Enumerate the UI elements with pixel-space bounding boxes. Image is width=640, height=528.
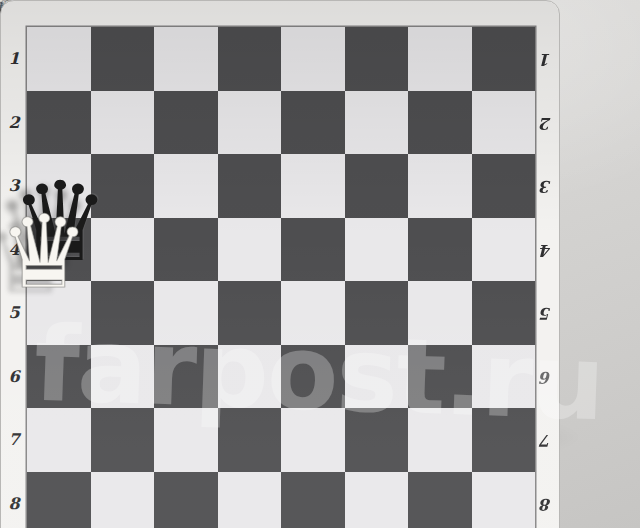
square-g2 xyxy=(91,91,155,155)
rank-label-right-5: 5 xyxy=(533,281,559,345)
square-g8 xyxy=(91,472,155,528)
square-c8 xyxy=(345,472,409,528)
square-a8 xyxy=(472,472,536,528)
rank-label-left-7: 7 xyxy=(1,408,27,472)
square-a6 xyxy=(472,345,536,409)
square-g3 xyxy=(91,154,155,218)
square-f1 xyxy=(154,27,218,91)
square-e2 xyxy=(218,91,282,155)
square-h3 xyxy=(27,154,91,218)
square-b6 xyxy=(408,345,472,409)
board-grid xyxy=(27,27,535,528)
rank-label-right-3: 3 xyxy=(533,154,559,218)
square-h7 xyxy=(27,408,91,472)
square-d1 xyxy=(281,27,345,91)
square-f6 xyxy=(154,345,218,409)
square-b4 xyxy=(408,218,472,282)
square-h2 xyxy=(27,91,91,155)
rank-label-left-5: 5 xyxy=(1,281,27,345)
square-b7 xyxy=(408,408,472,472)
square-g5 xyxy=(91,281,155,345)
square-d3 xyxy=(281,154,345,218)
square-c3 xyxy=(345,154,409,218)
square-b3 xyxy=(408,154,472,218)
square-a3 xyxy=(472,154,536,218)
photo-chess-set: 1122334455667788hgfedcba ♜♞♝♚♛♝♞♜♟♟♟♟♟♟♟… xyxy=(0,0,640,528)
square-d5 xyxy=(281,281,345,345)
square-f4 xyxy=(154,218,218,282)
rank-label-left-8: 8 xyxy=(1,472,27,528)
chess-board: 1122334455667788hgfedcba xyxy=(0,0,560,528)
square-f7 xyxy=(154,408,218,472)
square-a5 xyxy=(472,281,536,345)
square-f8 xyxy=(154,472,218,528)
rank-label-right-2: 2 xyxy=(533,91,559,155)
rank-label-right-7: 7 xyxy=(533,408,559,472)
rank-label-left-4: 4 xyxy=(1,218,27,282)
rank-label-right-4: 4 xyxy=(533,218,559,282)
rank-label-right-1: 1 xyxy=(533,27,559,91)
square-e7 xyxy=(218,408,282,472)
square-e8 xyxy=(218,472,282,528)
square-g1 xyxy=(91,27,155,91)
square-d7 xyxy=(281,408,345,472)
square-a7 xyxy=(472,408,536,472)
square-c5 xyxy=(345,281,409,345)
square-e6 xyxy=(218,345,282,409)
square-g7 xyxy=(91,408,155,472)
square-h5 xyxy=(27,281,91,345)
square-c2 xyxy=(345,91,409,155)
square-h4 xyxy=(27,218,91,282)
square-e1 xyxy=(218,27,282,91)
square-b8 xyxy=(408,472,472,528)
square-d6 xyxy=(281,345,345,409)
square-e3 xyxy=(218,154,282,218)
square-e4 xyxy=(218,218,282,282)
square-c6 xyxy=(345,345,409,409)
rank-label-right-8: 8 xyxy=(533,472,559,528)
square-d8 xyxy=(281,472,345,528)
square-f3 xyxy=(154,154,218,218)
square-c4 xyxy=(345,218,409,282)
square-b2 xyxy=(408,91,472,155)
square-h1 xyxy=(27,27,91,91)
square-c7 xyxy=(345,408,409,472)
square-a1 xyxy=(472,27,536,91)
rank-label-left-1: 1 xyxy=(1,27,27,91)
square-h8 xyxy=(27,472,91,528)
square-d2 xyxy=(281,91,345,155)
square-a4 xyxy=(472,218,536,282)
square-a2 xyxy=(472,91,536,155)
square-c1 xyxy=(345,27,409,91)
square-g4 xyxy=(91,218,155,282)
square-b1 xyxy=(408,27,472,91)
square-e5 xyxy=(218,281,282,345)
rank-label-left-6: 6 xyxy=(1,345,27,409)
rank-label-left-3: 3 xyxy=(1,154,27,218)
square-f2 xyxy=(154,91,218,155)
square-g6 xyxy=(91,345,155,409)
square-d4 xyxy=(281,218,345,282)
square-f5 xyxy=(154,281,218,345)
rank-label-right-6: 6 xyxy=(533,345,559,409)
rank-label-left-2: 2 xyxy=(1,91,27,155)
square-b5 xyxy=(408,281,472,345)
square-h6 xyxy=(27,345,91,409)
